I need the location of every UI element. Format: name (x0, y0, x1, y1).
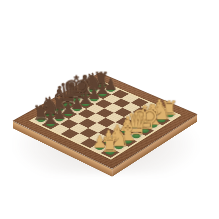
chess-product-photo: ♜♞♟♝♟♚♟♛♟♝♟♞♟♟♜♟♟♜♟♟♞♟♝♟♚♟♛♟♝♟♞♜ (0, 0, 219, 219)
square-e4 (105, 112, 123, 121)
black-bishop-c8: ♝ (44, 83, 74, 110)
square-d4 (96, 117, 114, 127)
